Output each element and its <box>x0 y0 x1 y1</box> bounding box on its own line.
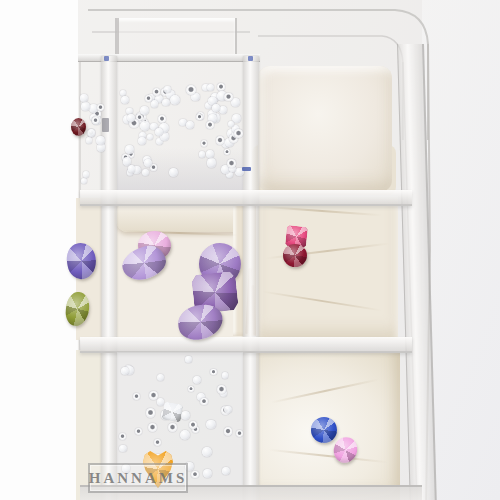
blue-pen-mark <box>242 167 251 171</box>
watermark-text: HANNAMS <box>89 470 188 487</box>
gray-residue <box>102 118 109 132</box>
mark-layer <box>0 0 500 500</box>
hannams-watermark: HANNAMS <box>88 463 188 493</box>
photo-scene: HANNAMS <box>0 0 500 500</box>
blue-tick-left <box>104 56 109 61</box>
blue-tick-mid <box>248 56 253 61</box>
